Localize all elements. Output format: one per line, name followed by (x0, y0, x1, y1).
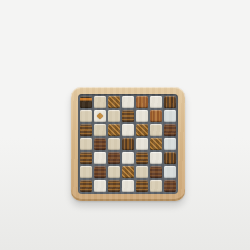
tile-light (136, 138, 148, 150)
tile-dark (80, 152, 92, 164)
tile-light (136, 166, 148, 178)
tile-light (80, 166, 92, 178)
tile-dark (80, 96, 92, 108)
tile-dark (94, 138, 106, 150)
tile-dark (136, 96, 148, 108)
tile-light (80, 110, 92, 122)
tile-light (122, 152, 134, 164)
tile-light (136, 110, 148, 122)
tile-dark (122, 166, 134, 178)
tile-dark (164, 180, 176, 192)
tile-dark (80, 180, 92, 192)
tile-dark (136, 180, 148, 192)
tile-dark (164, 96, 176, 108)
tile-dark (80, 124, 92, 136)
tile-dark (136, 124, 148, 136)
tile-diamond-inlay (94, 110, 106, 122)
tile-dark (122, 138, 134, 150)
amber-diamond-dot (96, 112, 103, 119)
tile-light (108, 110, 120, 122)
tile-light (122, 96, 134, 108)
tile-light (80, 138, 92, 150)
tile-light (164, 138, 176, 150)
tile-dark (150, 110, 162, 122)
tile-light (108, 166, 120, 178)
tile-light (108, 138, 120, 150)
tile-light (164, 166, 176, 178)
tile-dark (164, 124, 176, 136)
mosaic-checkerboard (71, 87, 185, 201)
tile-light (150, 180, 162, 192)
tile-light (122, 124, 134, 136)
tile-light (94, 180, 106, 192)
tile-dark (94, 166, 106, 178)
tile-dark (108, 124, 120, 136)
tile-light (150, 96, 162, 108)
tile-dark (150, 166, 162, 178)
tile-light (122, 180, 134, 192)
tile-light (164, 110, 176, 122)
tile-dark (122, 110, 134, 122)
tile-dark (164, 152, 176, 164)
tile-light (94, 96, 106, 108)
tile-light (150, 152, 162, 164)
board-grid (80, 96, 176, 192)
board-grout-panel (78, 94, 178, 194)
photo-background (0, 0, 250, 250)
tile-dark (108, 180, 120, 192)
tile-light (150, 124, 162, 136)
tile-dark (108, 152, 120, 164)
tile-light (94, 152, 106, 164)
tile-dark (136, 152, 148, 164)
tile-light (94, 124, 106, 136)
tile-dark (108, 96, 120, 108)
tile-dark (150, 138, 162, 150)
